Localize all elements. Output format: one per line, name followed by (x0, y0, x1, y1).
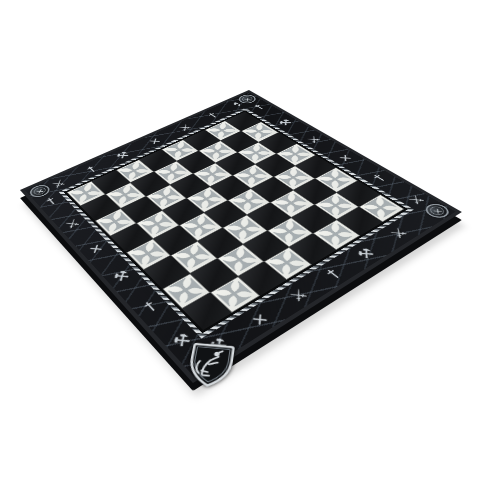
medallion-ring-icon (32, 186, 48, 196)
product-photo-stage: ⚔ † ⚒ × ⚔ † ⚒ ⚒ × ⚔ † ⚒ ⚔ † † ⚔ × ⚒ † ⚒ … (0, 0, 480, 480)
medallion-ring-icon (240, 95, 254, 102)
lion-shield (183, 342, 237, 391)
chess-board: ⚔ † ⚒ × ⚔ † ⚒ ⚒ × ⚔ † ⚒ ⚔ † † ⚔ × ⚒ † ⚒ … (20, 90, 462, 383)
medallion-ring-icon (427, 205, 447, 217)
